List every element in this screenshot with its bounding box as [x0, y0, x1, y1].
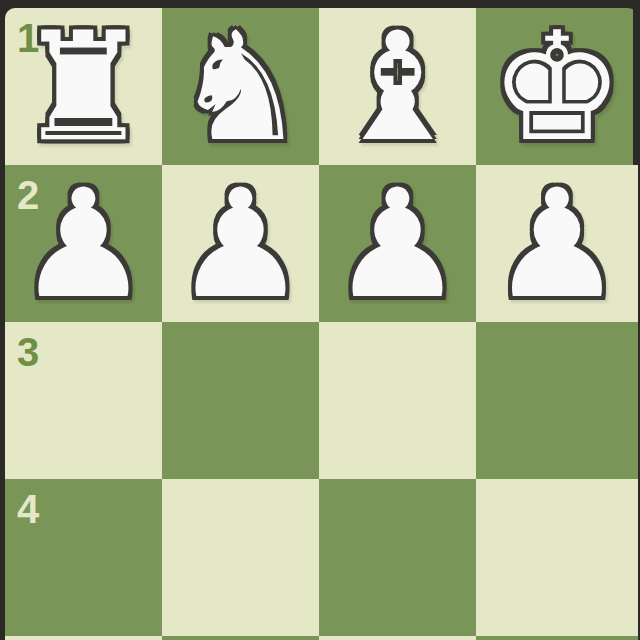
white-pawn-f2[interactable]: ♟: [319, 165, 476, 322]
square-h2[interactable]: 2♟: [5, 165, 162, 322]
square-g4[interactable]: [162, 479, 319, 636]
square-f4[interactable]: [319, 479, 476, 636]
square-g5[interactable]: [162, 636, 319, 640]
square-e3[interactable]: [476, 322, 638, 479]
rank-label-3: 3: [17, 332, 39, 372]
square-h4[interactable]: 4: [5, 479, 162, 636]
square-g2[interactable]: ♟: [162, 165, 319, 322]
white-king-e1[interactable]: ♚: [476, 8, 638, 165]
square-f5[interactable]: [319, 636, 476, 640]
white-rook-h1[interactable]: ♜: [5, 8, 162, 165]
chess-board: 1♜♞♝♚2♟♟♟♟34: [5, 8, 638, 640]
square-e2[interactable]: ♟: [476, 165, 638, 322]
square-e1[interactable]: ♚: [476, 8, 638, 165]
white-knight-g1[interactable]: ♞: [162, 8, 319, 165]
background-edge-notch: [633, 0, 640, 165]
square-e4[interactable]: [476, 479, 638, 636]
square-f3[interactable]: [319, 322, 476, 479]
square-h3[interactable]: 3: [5, 322, 162, 479]
square-h1[interactable]: 1♜: [5, 8, 162, 165]
rank-label-4: 4: [17, 489, 39, 529]
square-g3[interactable]: [162, 322, 319, 479]
square-e5[interactable]: [476, 636, 638, 640]
white-pawn-g2[interactable]: ♟: [162, 165, 319, 322]
square-h5[interactable]: [5, 636, 162, 640]
white-pawn-h2[interactable]: ♟: [5, 165, 162, 322]
square-f2[interactable]: ♟: [319, 165, 476, 322]
white-bishop-f1[interactable]: ♝: [319, 8, 476, 165]
square-g1[interactable]: ♞: [162, 8, 319, 165]
square-f1[interactable]: ♝: [319, 8, 476, 165]
white-pawn-e2[interactable]: ♟: [476, 165, 638, 322]
